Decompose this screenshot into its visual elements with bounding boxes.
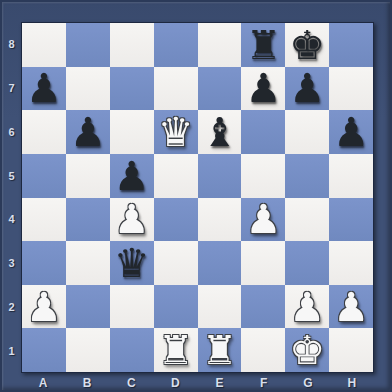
- square-e5[interactable]: [198, 154, 242, 198]
- square-f2[interactable]: [241, 285, 285, 329]
- square-e1[interactable]: ♜: [198, 328, 242, 372]
- square-a3[interactable]: [22, 241, 66, 285]
- square-h8[interactable]: [329, 23, 373, 67]
- square-h3[interactable]: [329, 241, 373, 285]
- square-f7[interactable]: ♟: [241, 67, 285, 111]
- file-label-f: F: [242, 373, 286, 392]
- board: ♜♚♟♟♟♟♛♝♟♟♟♟♛♟♟♟♜♜♚: [21, 22, 374, 373]
- square-e7[interactable]: [198, 67, 242, 111]
- square-a1[interactable]: [22, 328, 66, 372]
- square-e4[interactable]: [198, 198, 242, 242]
- square-g1[interactable]: ♚: [285, 328, 329, 372]
- rank-label-8: 8: [2, 22, 21, 66]
- piece-white-pawn-g2[interactable]: ♟: [289, 287, 325, 327]
- square-a8[interactable]: [22, 23, 66, 67]
- square-b2[interactable]: [66, 285, 110, 329]
- square-b1[interactable]: [66, 328, 110, 372]
- square-g2[interactable]: ♟: [285, 285, 329, 329]
- square-h1[interactable]: [329, 328, 373, 372]
- square-g5[interactable]: [285, 154, 329, 198]
- rank-label-5: 5: [2, 154, 21, 198]
- piece-black-bishop-e6[interactable]: ♝: [202, 112, 238, 152]
- piece-black-pawn-a7[interactable]: ♟: [26, 68, 62, 108]
- square-g8[interactable]: ♚: [285, 23, 329, 67]
- piece-white-pawn-f4[interactable]: ♟: [245, 199, 281, 239]
- file-labels: ABCDEFGH: [21, 373, 374, 392]
- square-g3[interactable]: [285, 241, 329, 285]
- piece-white-pawn-h2[interactable]: ♟: [333, 287, 369, 327]
- square-f8[interactable]: ♜: [241, 23, 285, 67]
- file-label-g: G: [286, 373, 330, 392]
- square-h4[interactable]: [329, 198, 373, 242]
- rank-label-1: 1: [2, 329, 21, 373]
- file-label-e: E: [198, 373, 242, 392]
- piece-black-queen-c3[interactable]: ♛: [114, 243, 150, 283]
- square-d1[interactable]: ♜: [154, 328, 198, 372]
- rank-label-7: 7: [2, 66, 21, 110]
- square-e8[interactable]: [198, 23, 242, 67]
- square-h2[interactable]: ♟: [329, 285, 373, 329]
- square-a4[interactable]: [22, 198, 66, 242]
- square-e2[interactable]: [198, 285, 242, 329]
- square-a5[interactable]: [22, 154, 66, 198]
- rank-label-6: 6: [2, 110, 21, 154]
- square-c5[interactable]: ♟: [110, 154, 154, 198]
- square-a7[interactable]: ♟: [22, 67, 66, 111]
- rank-label-4: 4: [2, 198, 21, 242]
- square-b8[interactable]: [66, 23, 110, 67]
- piece-black-pawn-b6[interactable]: ♟: [70, 112, 106, 152]
- board-frame: 87654321 ♜♚♟♟♟♟♛♝♟♟♟♟♛♟♟♟♜♜♚ ABCDEFGH: [0, 0, 392, 392]
- piece-black-pawn-c5[interactable]: ♟: [114, 156, 150, 196]
- square-c2[interactable]: [110, 285, 154, 329]
- square-c6[interactable]: [110, 110, 154, 154]
- square-b7[interactable]: [66, 67, 110, 111]
- square-c3[interactable]: ♛: [110, 241, 154, 285]
- square-d4[interactable]: [154, 198, 198, 242]
- file-label-b: B: [65, 373, 109, 392]
- square-h7[interactable]: [329, 67, 373, 111]
- square-d5[interactable]: [154, 154, 198, 198]
- square-g6[interactable]: [285, 110, 329, 154]
- square-c8[interactable]: [110, 23, 154, 67]
- piece-white-pawn-a2[interactable]: ♟: [26, 287, 62, 327]
- file-label-d: D: [153, 373, 197, 392]
- rank-labels: 87654321: [2, 22, 21, 373]
- piece-black-pawn-h6[interactable]: ♟: [333, 112, 369, 152]
- square-h5[interactable]: [329, 154, 373, 198]
- square-f5[interactable]: [241, 154, 285, 198]
- square-f3[interactable]: [241, 241, 285, 285]
- piece-white-rook-d1[interactable]: ♜: [158, 330, 194, 370]
- square-f6[interactable]: [241, 110, 285, 154]
- square-d3[interactable]: [154, 241, 198, 285]
- square-d7[interactable]: [154, 67, 198, 111]
- piece-black-pawn-g7[interactable]: ♟: [289, 68, 325, 108]
- piece-white-pawn-c4[interactable]: ♟: [114, 199, 150, 239]
- square-b5[interactable]: [66, 154, 110, 198]
- square-d2[interactable]: [154, 285, 198, 329]
- square-h6[interactable]: ♟: [329, 110, 373, 154]
- square-e3[interactable]: [198, 241, 242, 285]
- rank-label-3: 3: [2, 241, 21, 285]
- piece-black-king-g8[interactable]: ♚: [289, 25, 325, 65]
- square-c4[interactable]: ♟: [110, 198, 154, 242]
- square-f4[interactable]: ♟: [241, 198, 285, 242]
- piece-black-pawn-f7[interactable]: ♟: [245, 68, 281, 108]
- square-b4[interactable]: [66, 198, 110, 242]
- piece-white-king-g1[interactable]: ♚: [289, 330, 325, 370]
- square-c1[interactable]: [110, 328, 154, 372]
- square-f1[interactable]: [241, 328, 285, 372]
- square-a6[interactable]: [22, 110, 66, 154]
- square-b3[interactable]: [66, 241, 110, 285]
- rank-label-2: 2: [2, 285, 21, 329]
- square-d6[interactable]: ♛: [154, 110, 198, 154]
- piece-white-rook-e1[interactable]: ♜: [202, 330, 238, 370]
- square-e6[interactable]: ♝: [198, 110, 242, 154]
- piece-white-queen-d6[interactable]: ♛: [158, 112, 194, 152]
- file-label-h: H: [330, 373, 374, 392]
- square-a2[interactable]: ♟: [22, 285, 66, 329]
- piece-black-rook-f8[interactable]: ♜: [245, 25, 281, 65]
- square-g4[interactable]: [285, 198, 329, 242]
- file-label-c: C: [109, 373, 153, 392]
- square-b6[interactable]: ♟: [66, 110, 110, 154]
- square-d8[interactable]: [154, 23, 198, 67]
- square-c7[interactable]: [110, 67, 154, 111]
- square-g7[interactable]: ♟: [285, 67, 329, 111]
- file-label-a: A: [21, 373, 65, 392]
